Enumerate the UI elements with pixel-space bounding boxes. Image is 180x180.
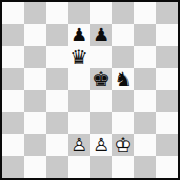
square-c1[interactable] — [46, 156, 68, 178]
square-g8[interactable] — [134, 2, 156, 24]
piece-black-knight[interactable]: ♞ — [112, 68, 134, 90]
square-g7[interactable] — [134, 24, 156, 46]
white-pawn-glyph: ♙ — [90, 134, 112, 156]
square-h8[interactable] — [156, 2, 178, 24]
square-e5[interactable]: ♚ — [90, 68, 112, 90]
square-b8[interactable] — [24, 2, 46, 24]
piece-black-king[interactable]: ♚ — [90, 68, 112, 90]
square-e8[interactable] — [90, 2, 112, 24]
square-b1[interactable] — [24, 156, 46, 178]
square-h7[interactable] — [156, 24, 178, 46]
square-f1[interactable] — [112, 156, 134, 178]
square-a2[interactable] — [2, 134, 24, 156]
square-d4[interactable] — [68, 90, 90, 112]
square-h5[interactable] — [156, 68, 178, 90]
square-g5[interactable] — [134, 68, 156, 90]
square-g1[interactable] — [134, 156, 156, 178]
square-b7[interactable] — [24, 24, 46, 46]
square-h3[interactable] — [156, 112, 178, 134]
black-pawn-glyph: ♟ — [90, 24, 112, 46]
black-king-glyph: ♚ — [90, 68, 112, 90]
chess-board-frame: ♟♟♛♚♞♟♙♟♙♚♔ — [0, 0, 180, 180]
square-d8[interactable] — [68, 2, 90, 24]
square-f2[interactable]: ♚♔ — [112, 134, 134, 156]
square-f8[interactable] — [112, 2, 134, 24]
square-f6[interactable] — [112, 46, 134, 68]
square-d2[interactable]: ♟♙ — [68, 134, 90, 156]
black-queen-glyph: ♛ — [68, 46, 90, 68]
piece-black-pawn[interactable]: ♟ — [90, 24, 112, 46]
square-a8[interactable] — [2, 2, 24, 24]
square-b2[interactable] — [24, 134, 46, 156]
piece-black-pawn[interactable]: ♟ — [68, 24, 90, 46]
square-e2[interactable]: ♟♙ — [90, 134, 112, 156]
square-g4[interactable] — [134, 90, 156, 112]
square-d6[interactable]: ♛ — [68, 46, 90, 68]
square-c4[interactable] — [46, 90, 68, 112]
square-g3[interactable] — [134, 112, 156, 134]
square-f7[interactable] — [112, 24, 134, 46]
chess-board: ♟♟♛♚♞♟♙♟♙♚♔ — [2, 2, 178, 178]
square-a3[interactable] — [2, 112, 24, 134]
square-g6[interactable] — [134, 46, 156, 68]
square-e1[interactable] — [90, 156, 112, 178]
piece-white-pawn[interactable]: ♟♙ — [68, 134, 90, 156]
piece-white-king[interactable]: ♚♔ — [112, 134, 134, 156]
square-d5[interactable] — [68, 68, 90, 90]
square-a1[interactable] — [2, 156, 24, 178]
square-a5[interactable] — [2, 68, 24, 90]
square-f4[interactable] — [112, 90, 134, 112]
square-d7[interactable]: ♟ — [68, 24, 90, 46]
square-c2[interactable] — [46, 134, 68, 156]
square-c3[interactable] — [46, 112, 68, 134]
square-f5[interactable]: ♞ — [112, 68, 134, 90]
square-a4[interactable] — [2, 90, 24, 112]
square-c6[interactable] — [46, 46, 68, 68]
square-h1[interactable] — [156, 156, 178, 178]
square-h6[interactable] — [156, 46, 178, 68]
square-c5[interactable] — [46, 68, 68, 90]
piece-black-queen[interactable]: ♛ — [68, 46, 90, 68]
white-king-glyph: ♔ — [112, 134, 134, 156]
square-g2[interactable] — [134, 134, 156, 156]
square-f3[interactable] — [112, 112, 134, 134]
square-b6[interactable] — [24, 46, 46, 68]
black-pawn-glyph: ♟ — [68, 24, 90, 46]
square-c7[interactable] — [46, 24, 68, 46]
square-e7[interactable]: ♟ — [90, 24, 112, 46]
square-a7[interactable] — [2, 24, 24, 46]
square-e3[interactable] — [90, 112, 112, 134]
square-b3[interactable] — [24, 112, 46, 134]
square-h2[interactable] — [156, 134, 178, 156]
piece-white-pawn[interactable]: ♟♙ — [90, 134, 112, 156]
white-pawn-glyph: ♙ — [68, 134, 90, 156]
square-h4[interactable] — [156, 90, 178, 112]
square-b4[interactable] — [24, 90, 46, 112]
square-d3[interactable] — [68, 112, 90, 134]
square-c8[interactable] — [46, 2, 68, 24]
square-d1[interactable] — [68, 156, 90, 178]
square-e6[interactable] — [90, 46, 112, 68]
square-e4[interactable] — [90, 90, 112, 112]
square-a6[interactable] — [2, 46, 24, 68]
black-knight-glyph: ♞ — [112, 68, 134, 90]
square-b5[interactable] — [24, 68, 46, 90]
